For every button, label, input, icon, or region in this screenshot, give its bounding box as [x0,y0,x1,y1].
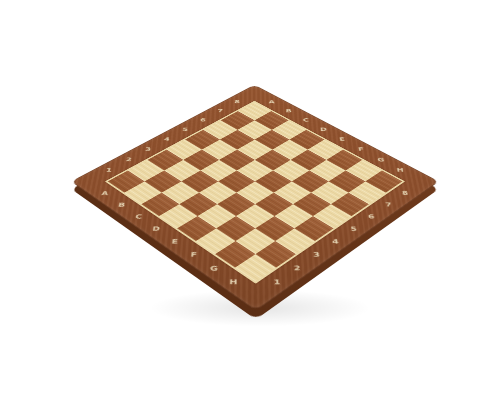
chess-board: ABCDEFGH ABCDEFGH 87654321 87654321 [71,85,439,311]
rank-label-text: 8 [235,100,240,104]
file-label-text: F [358,147,364,152]
rank-label-text: 5 [182,127,188,131]
rank-label-text: 2 [294,265,301,271]
playing-field [105,101,405,284]
squares-grid [108,102,403,281]
rank-label-text: 7 [385,202,392,207]
file-label-text: D [320,127,327,131]
rank-label-text: 1 [274,279,281,286]
file-label-text: A [269,100,275,104]
file-label-text: B [118,202,126,207]
rank-label-text: 1 [106,168,113,173]
file-label-text: B [286,109,292,113]
file-label-text: H [230,279,238,286]
rank-label-text: 4 [164,137,170,142]
file-label-text: H [397,168,405,173]
file-label-text: C [303,118,309,122]
product-photo: ABCDEFGH ABCDEFGH 87654321 87654321 [0,0,500,400]
rank-label-text: 5 [350,226,357,232]
file-label-text: A [101,190,109,195]
file-label-text: D [153,226,161,232]
file-label-text: F [191,252,198,258]
rank-label-text: 7 [218,109,224,113]
rank-label-text: 6 [200,118,206,122]
file-label-text: G [377,157,385,162]
rank-label-text: 6 [368,214,375,220]
rank-label-text: 3 [145,147,151,152]
file-label-text: E [339,137,345,142]
rank-label-text: 8 [402,190,409,195]
file-label-text: C [135,214,142,220]
file-label-text: E [172,239,179,245]
rank-label-text: 4 [332,239,339,245]
rank-label-text: 3 [313,252,320,258]
file-label-text: G [210,265,218,271]
rank-label-text: 2 [126,157,133,162]
